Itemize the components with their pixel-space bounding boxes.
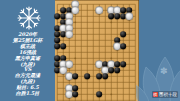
black-stone xyxy=(54,31,60,37)
black-stone xyxy=(114,61,120,67)
black-stone xyxy=(60,7,66,13)
go-board xyxy=(55,0,139,101)
black-stone xyxy=(120,7,126,13)
black-stone xyxy=(72,73,78,79)
broadcast-frame: 2020年 第25届LG杯 棋王战 16强战 黑方申真谞 (九段) VS 白方元… xyxy=(0,0,180,101)
white-stone xyxy=(125,12,133,20)
black-stone xyxy=(54,43,60,49)
black-stone xyxy=(108,67,114,73)
black-stone xyxy=(72,85,78,91)
black-stone xyxy=(120,61,126,67)
black-stone xyxy=(102,73,108,79)
black-stone xyxy=(96,73,102,79)
black-stone xyxy=(96,91,102,97)
black-stone xyxy=(108,13,114,19)
black-stone xyxy=(54,37,60,43)
star-point xyxy=(110,93,112,95)
white-stone xyxy=(95,6,103,14)
match-info-text: 2020年 第25届LG杯 棋王战 16强战 黑方申真谞 (九段) VS 白方元… xyxy=(0,32,55,97)
black-stone xyxy=(72,91,78,97)
star-point xyxy=(74,57,76,59)
info-panel: 2020年 第25届LG杯 棋王战 16强战 黑方申真谞 (九段) VS 白方元… xyxy=(0,0,55,101)
badge-logo-icon: 棋 xyxy=(153,92,159,98)
black-stone xyxy=(54,55,60,61)
black-stone xyxy=(84,73,90,79)
star-point xyxy=(110,57,112,59)
black-stone xyxy=(120,43,126,49)
star-point xyxy=(110,21,112,23)
black-stone xyxy=(60,43,66,49)
info-result: 白胜1.5目 xyxy=(0,91,55,97)
black-stone xyxy=(54,13,60,19)
badge-label: 围棋十段 xyxy=(159,92,177,97)
watermark-badge: 棋 围棋十段 xyxy=(152,91,179,98)
black-stone xyxy=(120,31,126,37)
white-stone xyxy=(65,30,73,38)
star-point xyxy=(74,21,76,23)
black-stone xyxy=(114,67,120,73)
black-stone xyxy=(114,13,120,19)
snowflake-logo-icon xyxy=(15,4,43,32)
sparkle-flower-icon: ✽ xyxy=(160,66,168,76)
